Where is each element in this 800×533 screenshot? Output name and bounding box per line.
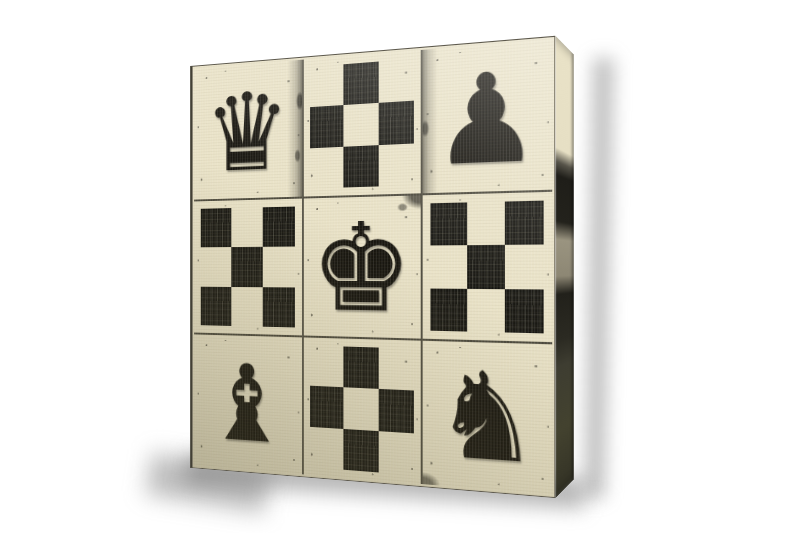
black-pawn-icon: ♟ xyxy=(433,53,541,183)
white-square xyxy=(344,103,378,146)
white-square xyxy=(200,247,231,286)
piece-wrap: ♞ xyxy=(423,341,552,495)
checker-panel-right xyxy=(423,192,552,342)
panel-bishop: ♝ xyxy=(194,334,301,474)
panel-pawn: ♟ xyxy=(423,39,552,193)
black-square xyxy=(310,386,344,428)
piece-wrap: ♝ xyxy=(194,334,301,474)
checkerboard-3x3 xyxy=(200,207,295,327)
piece-wrap: ♚ xyxy=(303,195,421,338)
checkerboard-3x3 xyxy=(310,59,413,188)
white-square xyxy=(467,202,505,246)
checker-panel-left xyxy=(194,199,301,336)
white-square xyxy=(344,388,378,431)
white-square xyxy=(310,146,344,188)
white-square xyxy=(378,59,413,103)
black-square xyxy=(310,105,344,147)
black-square xyxy=(430,203,467,246)
white-square xyxy=(378,143,413,186)
black-square xyxy=(231,247,263,287)
black-square xyxy=(200,208,231,247)
black-square xyxy=(505,289,544,333)
checkerboard-3x3 xyxy=(430,201,544,333)
black-square xyxy=(263,287,295,327)
chess-panel-grid: ♛ ♟ ♚ xyxy=(194,39,552,494)
black-square xyxy=(344,429,378,473)
black-square xyxy=(344,347,378,389)
white-square xyxy=(467,288,505,332)
white-square xyxy=(310,346,344,388)
white-square xyxy=(378,348,413,391)
white-square xyxy=(263,247,295,287)
black-square xyxy=(200,286,231,325)
black-queen-icon: ♛ xyxy=(205,75,290,187)
black-square xyxy=(430,288,467,331)
canvas-front-face: ♛ ♟ ♚ xyxy=(190,36,555,498)
panel-king: ♚ xyxy=(303,195,421,338)
drop-shadow-right xyxy=(584,58,613,498)
white-square xyxy=(310,426,344,469)
panel-queen: ♛ xyxy=(194,60,301,200)
black-square xyxy=(344,62,378,106)
checker-panel-top xyxy=(303,50,421,197)
black-knight-icon: ♞ xyxy=(434,355,540,483)
piece-wrap: ♛ xyxy=(194,60,301,200)
black-bishop-icon: ♝ xyxy=(206,350,290,460)
white-square xyxy=(378,431,413,475)
canvas-artwork: ♛ ♟ ♚ xyxy=(190,36,555,498)
black-square xyxy=(505,201,544,245)
panel-knight: ♞ xyxy=(423,341,552,495)
white-square xyxy=(310,65,344,108)
checker-panel-bottom xyxy=(303,337,421,484)
black-square xyxy=(378,389,413,433)
black-square xyxy=(467,245,505,288)
white-square xyxy=(231,208,263,248)
black-square xyxy=(344,145,378,187)
white-square xyxy=(430,246,467,289)
black-square xyxy=(263,207,295,247)
black-king-icon: ♚ xyxy=(311,206,413,330)
wall-canvas-scene: ♛ ♟ ♚ xyxy=(164,52,556,482)
black-square xyxy=(378,101,413,145)
white-square xyxy=(505,245,544,289)
canvas-side-edge xyxy=(555,36,573,498)
checkerboard-3x3 xyxy=(310,346,413,475)
white-square xyxy=(231,287,263,327)
piece-wrap: ♟ xyxy=(423,39,552,193)
